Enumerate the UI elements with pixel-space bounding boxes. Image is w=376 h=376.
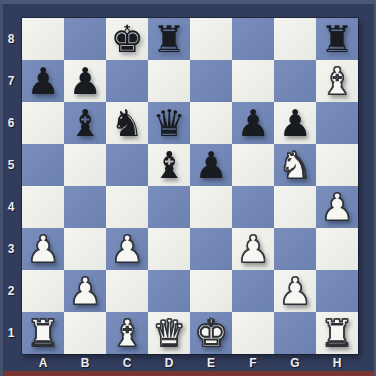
- square-d1[interactable]: ♛: [148, 312, 190, 354]
- rank-label-1: 1: [0, 312, 22, 354]
- white-king[interactable]: ♚: [194, 315, 227, 352]
- square-g5[interactable]: ♞: [274, 144, 316, 186]
- square-a8[interactable]: [22, 18, 64, 60]
- square-f4[interactable]: [232, 186, 274, 228]
- square-b5[interactable]: [64, 144, 106, 186]
- square-b3[interactable]: [64, 228, 106, 270]
- square-b1[interactable]: [64, 312, 106, 354]
- square-g2[interactable]: ♟: [274, 270, 316, 312]
- rank-label-4: 4: [0, 186, 22, 228]
- file-label-c: C: [106, 354, 148, 372]
- square-f7[interactable]: [232, 60, 274, 102]
- square-h1[interactable]: ♜: [316, 312, 358, 354]
- white-bishop[interactable]: ♝: [320, 63, 353, 100]
- black-knight[interactable]: ♞: [110, 105, 143, 142]
- square-c5[interactable]: [106, 144, 148, 186]
- square-g3[interactable]: [274, 228, 316, 270]
- board-frame: 87654321 ♚♜♜♟♟♝♝♞♛♟♟♝♟♞♟♟♟♟♟♟♜♝♛♚♜ ABCDE…: [0, 0, 376, 376]
- white-queen[interactable]: ♛: [152, 315, 185, 352]
- file-label-b: B: [64, 354, 106, 372]
- square-g8[interactable]: [274, 18, 316, 60]
- white-pawn[interactable]: ♟: [320, 189, 353, 226]
- square-d6[interactable]: ♛: [148, 102, 190, 144]
- square-d2[interactable]: [148, 270, 190, 312]
- square-c1[interactable]: ♝: [106, 312, 148, 354]
- square-d5[interactable]: ♝: [148, 144, 190, 186]
- square-a7[interactable]: ♟: [22, 60, 64, 102]
- white-bishop[interactable]: ♝: [110, 315, 143, 352]
- square-h8[interactable]: ♜: [316, 18, 358, 60]
- black-pawn[interactable]: ♟: [68, 63, 101, 100]
- white-knight[interactable]: ♞: [278, 147, 311, 184]
- square-c4[interactable]: [106, 186, 148, 228]
- square-a3[interactable]: ♟: [22, 228, 64, 270]
- rank-label-8: 8: [0, 18, 22, 60]
- square-h2[interactable]: [316, 270, 358, 312]
- square-d8[interactable]: ♜: [148, 18, 190, 60]
- square-e8[interactable]: [190, 18, 232, 60]
- square-h4[interactable]: ♟: [316, 186, 358, 228]
- square-e6[interactable]: [190, 102, 232, 144]
- white-pawn[interactable]: ♟: [26, 231, 59, 268]
- rank-label-6: 6: [0, 102, 22, 144]
- square-h3[interactable]: [316, 228, 358, 270]
- white-pawn[interactable]: ♟: [68, 273, 101, 310]
- square-c6[interactable]: ♞: [106, 102, 148, 144]
- white-rook[interactable]: ♜: [320, 315, 353, 352]
- square-f1[interactable]: [232, 312, 274, 354]
- square-b7[interactable]: ♟: [64, 60, 106, 102]
- black-king[interactable]: ♚: [110, 21, 143, 58]
- square-a6[interactable]: [22, 102, 64, 144]
- square-g6[interactable]: ♟: [274, 102, 316, 144]
- rank-label-5: 5: [0, 144, 22, 186]
- square-e2[interactable]: [190, 270, 232, 312]
- rank-label-3: 3: [0, 228, 22, 270]
- square-g7[interactable]: [274, 60, 316, 102]
- white-pawn[interactable]: ♟: [110, 231, 143, 268]
- white-pawn[interactable]: ♟: [236, 231, 269, 268]
- square-e5[interactable]: ♟: [190, 144, 232, 186]
- square-b6[interactable]: ♝: [64, 102, 106, 144]
- square-d3[interactable]: [148, 228, 190, 270]
- square-e3[interactable]: [190, 228, 232, 270]
- square-d4[interactable]: [148, 186, 190, 228]
- square-d7[interactable]: [148, 60, 190, 102]
- square-b2[interactable]: ♟: [64, 270, 106, 312]
- square-g1[interactable]: [274, 312, 316, 354]
- square-f5[interactable]: [232, 144, 274, 186]
- square-f3[interactable]: ♟: [232, 228, 274, 270]
- file-label-g: G: [274, 354, 316, 372]
- square-b4[interactable]: [64, 186, 106, 228]
- file-label-h: H: [316, 354, 358, 372]
- rank-label-2: 2: [0, 270, 22, 312]
- square-e7[interactable]: [190, 60, 232, 102]
- square-a5[interactable]: [22, 144, 64, 186]
- file-label-f: F: [232, 354, 274, 372]
- square-c3[interactable]: ♟: [106, 228, 148, 270]
- square-b8[interactable]: [64, 18, 106, 60]
- file-label-d: D: [148, 354, 190, 372]
- square-f8[interactable]: [232, 18, 274, 60]
- file-label-a: A: [22, 354, 64, 372]
- black-rook[interactable]: ♜: [152, 21, 185, 58]
- black-pawn[interactable]: ♟: [194, 147, 227, 184]
- black-pawn[interactable]: ♟: [278, 105, 311, 142]
- square-h6[interactable]: [316, 102, 358, 144]
- square-f6[interactable]: ♟: [232, 102, 274, 144]
- square-c8[interactable]: ♚: [106, 18, 148, 60]
- chess-board: ♚♜♜♟♟♝♝♞♛♟♟♝♟♞♟♟♟♟♟♟♜♝♛♚♜: [22, 18, 358, 354]
- square-h7[interactable]: ♝: [316, 60, 358, 102]
- black-rook[interactable]: ♜: [320, 21, 353, 58]
- square-e4[interactable]: [190, 186, 232, 228]
- white-pawn[interactable]: ♟: [278, 273, 311, 310]
- black-bishop[interactable]: ♝: [68, 105, 101, 142]
- square-c2[interactable]: [106, 270, 148, 312]
- file-label-e: E: [190, 354, 232, 372]
- square-g4[interactable]: [274, 186, 316, 228]
- square-h5[interactable]: [316, 144, 358, 186]
- square-a1[interactable]: ♜: [22, 312, 64, 354]
- black-bishop[interactable]: ♝: [152, 147, 185, 184]
- square-f2[interactable]: [232, 270, 274, 312]
- black-pawn[interactable]: ♟: [236, 105, 269, 142]
- square-a4[interactable]: [22, 186, 64, 228]
- rank-label-7: 7: [0, 60, 22, 102]
- black-queen[interactable]: ♛: [152, 105, 185, 142]
- square-c7[interactable]: [106, 60, 148, 102]
- white-rook[interactable]: ♜: [26, 315, 59, 352]
- square-a2[interactable]: [22, 270, 64, 312]
- black-pawn[interactable]: ♟: [26, 63, 59, 100]
- square-e1[interactable]: ♚: [190, 312, 232, 354]
